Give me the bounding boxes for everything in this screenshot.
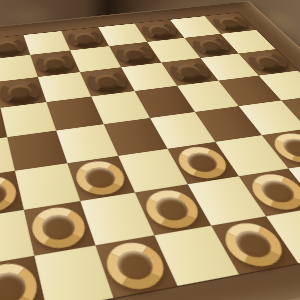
checker-dark-piece[interactable] bbox=[64, 29, 106, 49]
checker-light-piece[interactable] bbox=[0, 260, 42, 300]
board-grid bbox=[0, 13, 300, 300]
checker-dark-piece[interactable] bbox=[0, 79, 43, 106]
checker-dark-piece[interactable] bbox=[33, 52, 77, 75]
checkers-board bbox=[0, 1, 300, 300]
checkers-photo-scene bbox=[0, 0, 300, 300]
checker-light-piece[interactable] bbox=[28, 204, 91, 252]
